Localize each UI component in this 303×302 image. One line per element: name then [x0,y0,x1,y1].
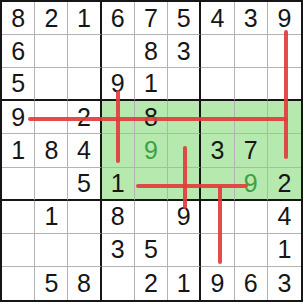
cell-r3c3[interactable] [68,68,101,101]
cell-r9c3[interactable]: 8 [68,267,101,300]
cell-r5c7[interactable]: 3 [201,134,234,167]
cell-r3c9[interactable] [268,68,301,101]
cell-r1c1[interactable]: 8 [2,2,35,35]
cell-r3c7[interactable] [201,68,234,101]
cell-r8c7[interactable] [201,234,234,267]
cell-r2c5[interactable]: 8 [135,35,168,68]
cell-r9c5[interactable]: 2 [135,267,168,300]
cell-r4c1[interactable]: 9 [2,101,35,134]
cell-r6c9[interactable]: 2 [268,168,301,201]
cell-r7c4[interactable]: 8 [102,201,135,234]
cell-r8c2[interactable] [35,234,68,267]
cell-r8c3[interactable] [68,234,101,267]
cell-r7c7[interactable] [201,201,234,234]
cell-r5c1[interactable]: 1 [2,134,35,167]
cell-r7c9[interactable]: 4 [268,201,301,234]
cell-r4c6[interactable] [168,101,201,134]
cell-r5c3[interactable]: 4 [68,134,101,167]
cell-r2c2[interactable] [35,35,68,68]
cell-r2c3[interactable] [68,35,101,68]
cell-r3c2[interactable] [35,68,68,101]
cell-r9c2[interactable]: 5 [35,267,68,300]
cell-r8c1[interactable] [2,234,35,267]
cell-r1c2[interactable]: 2 [35,2,68,35]
cell-r6c5[interactable] [135,168,168,201]
cell-r2c4[interactable] [102,35,135,68]
cell-r1c9[interactable]: 9 [268,2,301,35]
cell-r8c6[interactable] [168,234,201,267]
cell-r5c2[interactable]: 8 [35,134,68,167]
cell-r9c1[interactable] [2,267,35,300]
cell-r7c2[interactable]: 1 [35,201,68,234]
cell-r9c9[interactable]: 3 [268,267,301,300]
cell-r1c5[interactable]: 7 [135,2,168,35]
cell-r4c7[interactable] [201,101,234,134]
cell-r7c1[interactable] [2,201,35,234]
cell-r3c8[interactable] [235,68,268,101]
cell-r5c5[interactable]: 9 [135,134,168,167]
cell-r9c4[interactable] [102,267,135,300]
cell-r9c7[interactable]: 9 [201,267,234,300]
cell-r1c7[interactable]: 4 [201,2,234,35]
cell-r5c4[interactable] [102,134,135,167]
cell-r2c1[interactable]: 6 [2,35,35,68]
cell-r1c3[interactable]: 1 [68,2,101,35]
cell-r6c7[interactable] [201,168,234,201]
cell-r4c3[interactable]: 2 [68,101,101,134]
cell-r2c8[interactable] [235,35,268,68]
cell-r6c8[interactable]: 9 [235,168,268,201]
sudoku-grid: 8216754396835919281849375192189435158219… [2,2,301,300]
cell-r8c4[interactable]: 3 [102,234,135,267]
cell-r4c9[interactable] [268,101,301,134]
cell-r7c3[interactable] [68,201,101,234]
cell-r3c4[interactable]: 9 [102,68,135,101]
sudoku-board: 8216754396835919281849375192189435158219… [0,0,303,302]
cell-r7c6[interactable]: 9 [168,201,201,234]
cell-r4c8[interactable] [235,101,268,134]
cell-r8c8[interactable] [235,234,268,267]
cell-r2c7[interactable] [201,35,234,68]
cell-r4c5[interactable]: 8 [135,101,168,134]
cell-r1c8[interactable]: 3 [235,2,268,35]
cell-r5c9[interactable] [268,134,301,167]
cell-r9c6[interactable]: 1 [168,267,201,300]
cell-r3c5[interactable]: 1 [135,68,168,101]
cell-r8c5[interactable]: 5 [135,234,168,267]
cell-r2c9[interactable] [268,35,301,68]
cell-r8c9[interactable]: 1 [268,234,301,267]
cell-r5c6[interactable] [168,134,201,167]
cell-r1c4[interactable]: 6 [102,2,135,35]
cell-r2c6[interactable]: 3 [168,35,201,68]
cell-r9c8[interactable]: 6 [235,267,268,300]
cell-r4c4[interactable] [102,101,135,134]
cell-r7c8[interactable] [235,201,268,234]
cell-r6c2[interactable] [35,168,68,201]
cell-r5c8[interactable]: 7 [235,134,268,167]
cell-r6c6[interactable] [168,168,201,201]
cell-r3c1[interactable]: 5 [2,68,35,101]
cell-r6c4[interactable]: 1 [102,168,135,201]
cell-r6c1[interactable] [2,168,35,201]
cell-r6c3[interactable]: 5 [68,168,101,201]
cell-r3c6[interactable] [168,68,201,101]
cell-r4c2[interactable] [35,101,68,134]
cell-r1c6[interactable]: 5 [168,2,201,35]
cell-r7c5[interactable] [135,201,168,234]
